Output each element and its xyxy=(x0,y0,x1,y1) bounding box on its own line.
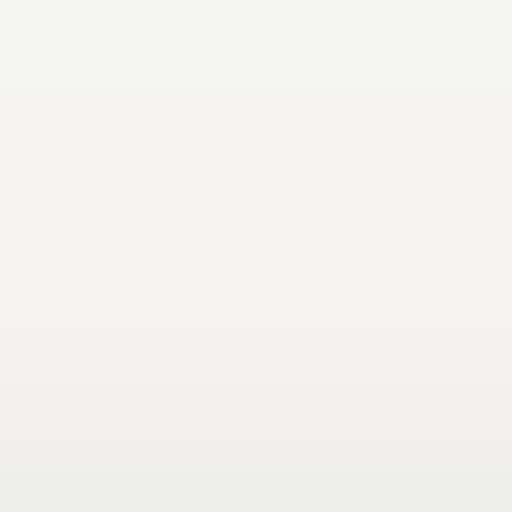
scene xyxy=(0,0,512,512)
